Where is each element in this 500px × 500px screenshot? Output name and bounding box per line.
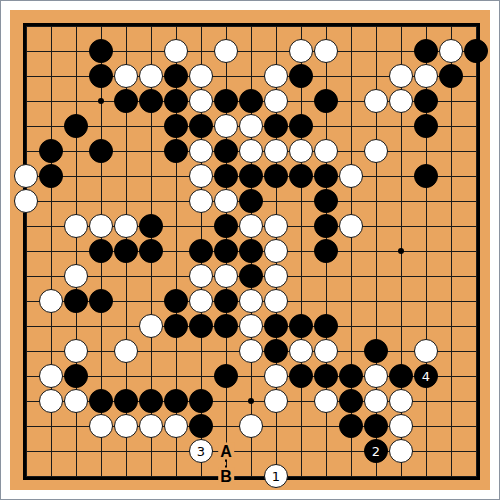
black-stone (414, 164, 438, 188)
white-stone (64, 389, 88, 413)
white-stone (189, 289, 213, 313)
black-stone (314, 314, 338, 338)
white-stone (414, 64, 438, 88)
black-stone (464, 39, 488, 63)
black-stone (39, 164, 63, 188)
black-stone (214, 314, 238, 338)
black-stone (314, 89, 338, 113)
black-stone (189, 314, 213, 338)
black-stone (364, 339, 388, 363)
white-stone (314, 139, 338, 163)
black-stone (214, 289, 238, 313)
white-stone (64, 264, 88, 288)
black-stone (139, 214, 163, 238)
white-stone (139, 64, 163, 88)
black-stone (264, 314, 288, 338)
black-stone (89, 389, 113, 413)
black-stone (89, 239, 113, 263)
white-stone (189, 264, 213, 288)
white-stone (364, 139, 388, 163)
white-stone (239, 139, 263, 163)
white-stone-move-3: 3 (189, 439, 213, 463)
white-stone (189, 139, 213, 163)
white-stone (364, 364, 388, 388)
white-stone (389, 389, 413, 413)
black-stone-move-2: 2 (364, 439, 388, 463)
black-stone (239, 189, 263, 213)
black-stone (289, 114, 313, 138)
black-stone (264, 339, 288, 363)
black-stone (289, 364, 313, 388)
white-stone (314, 339, 338, 363)
black-stone-move-4: 4 (414, 364, 438, 388)
black-stone (314, 164, 338, 188)
white-stone (14, 189, 38, 213)
white-stone (214, 39, 238, 63)
white-stone (314, 389, 338, 413)
white-stone (364, 389, 388, 413)
black-stone (289, 64, 313, 88)
black-stone (189, 389, 213, 413)
black-stone (264, 164, 288, 188)
black-stone (314, 239, 338, 263)
white-stone (239, 339, 263, 363)
black-stone (214, 164, 238, 188)
white-stone (239, 214, 263, 238)
white-stone (39, 289, 63, 313)
black-stone (364, 414, 388, 438)
white-stone (114, 64, 138, 88)
white-stone (264, 139, 288, 163)
white-stone (264, 389, 288, 413)
star-point (98, 98, 104, 104)
black-stone (239, 89, 263, 113)
white-stone (114, 214, 138, 238)
white-stone (64, 339, 88, 363)
white-stone (214, 264, 238, 288)
white-stone (264, 214, 288, 238)
white-stone (239, 289, 263, 313)
white-stone (39, 364, 63, 388)
white-stone (164, 39, 188, 63)
black-stone (239, 264, 263, 288)
white-stone (139, 414, 163, 438)
black-stone (414, 89, 438, 113)
black-stone (89, 39, 113, 63)
black-stone (164, 64, 188, 88)
white-stone (389, 64, 413, 88)
black-stone (314, 214, 338, 238)
white-stone (364, 89, 388, 113)
black-stone (164, 389, 188, 413)
white-stone (264, 289, 288, 313)
star-point (398, 248, 404, 254)
black-stone (164, 289, 188, 313)
white-stone (64, 214, 88, 238)
white-stone-move-1: 1 (264, 464, 288, 488)
white-stone (89, 214, 113, 238)
diagram-page: 4321AB (0, 0, 500, 500)
go-board: 4321AB (10, 10, 490, 490)
black-stone (214, 364, 238, 388)
black-stone (164, 139, 188, 163)
white-stone (414, 339, 438, 363)
black-stone (289, 314, 313, 338)
white-stone (339, 164, 363, 188)
white-stone (189, 64, 213, 88)
black-stone (389, 364, 413, 388)
white-stone (139, 314, 163, 338)
black-stone (64, 114, 88, 138)
black-stone (214, 139, 238, 163)
point-label-B: B (218, 468, 234, 485)
black-stone (264, 114, 288, 138)
white-stone (164, 414, 188, 438)
black-stone (114, 389, 138, 413)
black-stone (164, 314, 188, 338)
point-label-A: A (218, 443, 234, 460)
white-stone (239, 414, 263, 438)
black-stone (439, 64, 463, 88)
black-stone (414, 39, 438, 63)
black-stone (214, 89, 238, 113)
white-stone (389, 414, 413, 438)
black-stone (164, 89, 188, 113)
white-stone (264, 239, 288, 263)
white-stone (264, 89, 288, 113)
black-stone (189, 414, 213, 438)
white-stone (39, 389, 63, 413)
white-stone (189, 164, 213, 188)
black-stone (39, 139, 63, 163)
white-stone (114, 414, 138, 438)
black-stone (164, 114, 188, 138)
white-stone (389, 439, 413, 463)
white-stone (289, 339, 313, 363)
white-stone (239, 114, 263, 138)
white-stone (439, 39, 463, 63)
white-stone (189, 189, 213, 213)
white-stone (264, 364, 288, 388)
black-stone (239, 239, 263, 263)
white-stone (14, 164, 38, 188)
white-stone (214, 114, 238, 138)
black-stone (139, 239, 163, 263)
black-stone (189, 114, 213, 138)
black-stone (139, 89, 163, 113)
white-stone (314, 39, 338, 63)
black-stone (414, 114, 438, 138)
black-stone (89, 139, 113, 163)
star-point (248, 398, 254, 404)
black-stone (289, 164, 313, 188)
black-stone (214, 239, 238, 263)
white-stone (264, 64, 288, 88)
black-stone (339, 389, 363, 413)
black-stone (314, 189, 338, 213)
black-stone (64, 289, 88, 313)
white-stone (239, 314, 263, 338)
black-stone (339, 414, 363, 438)
black-stone (189, 239, 213, 263)
white-stone (289, 139, 313, 163)
white-stone (264, 264, 288, 288)
white-stone (189, 89, 213, 113)
black-stone (89, 289, 113, 313)
white-stone (89, 414, 113, 438)
black-stone (314, 364, 338, 388)
black-stone (239, 164, 263, 188)
white-stone (114, 339, 138, 363)
white-stone (389, 89, 413, 113)
black-stone (139, 389, 163, 413)
white-stone (289, 39, 313, 63)
black-stone (114, 239, 138, 263)
black-stone (64, 364, 88, 388)
white-stone (214, 189, 238, 213)
white-stone (339, 214, 363, 238)
black-stone (89, 64, 113, 88)
black-stone (214, 214, 238, 238)
black-stone (339, 364, 363, 388)
black-stone (114, 89, 138, 113)
